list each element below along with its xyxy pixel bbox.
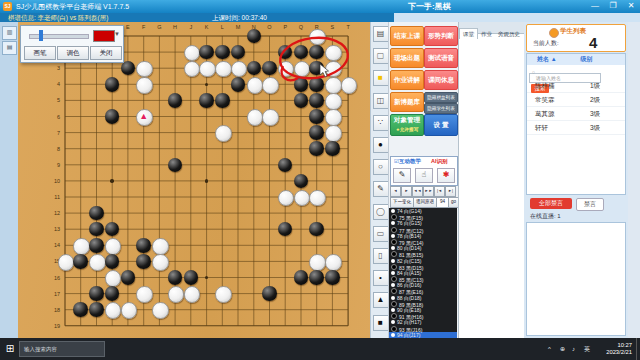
window-title: SJ少儿围棋教学平台老师端 V1.7.7.5 [16, 0, 129, 13]
white-stone-T4 [341, 77, 358, 94]
thumbs-up-icon[interactable]: ☝ [415, 168, 433, 183]
white-stone-A15 [58, 254, 75, 271]
hand-writing-icon[interactable]: ✎ [393, 168, 411, 183]
student-panel-empty-area [526, 222, 626, 336]
black-stone-E16 [121, 270, 136, 285]
student-panel-header: 学生列表 当前人数: 4 [526, 24, 626, 52]
problem-library-button[interactable]: 新博题库 [390, 92, 424, 112]
canvas-tab-0[interactable]: 课堂 [459, 28, 478, 39]
break-time-button[interactable]: 课间休息 [424, 70, 458, 90]
student-row[interactable]: 轩轩3级 [527, 121, 625, 135]
canvas-tab-2[interactable]: 旁观历史 [495, 29, 523, 39]
tiger-icon [549, 28, 559, 38]
highlight-tool[interactable]: ■ [373, 70, 389, 86]
black-stone-F15 [136, 254, 151, 269]
app-icon: SJ [3, 2, 12, 11]
online-count-value: 4 [589, 34, 597, 51]
row-label-19: 19 [48, 323, 60, 329]
pen-size-slider-thumb[interactable] [39, 30, 43, 41]
black-stone-J16 [184, 270, 199, 285]
start-button[interactable]: ⊞ [3, 342, 17, 356]
black-stone-Q5 [294, 93, 309, 108]
open-tool[interactable]: ▢ [373, 48, 389, 64]
taskbar-clock[interactable]: 10:27 2023/2/21 [594, 342, 632, 356]
dot-tool[interactable]: • [373, 270, 389, 286]
white-stone-B14 [73, 238, 90, 255]
nav-2-button[interactable]: ◄◄ [412, 186, 423, 197]
pen-size-slider[interactable] [29, 34, 89, 39]
move-list[interactable]: 74 白(G14)75 黑(F15)76 白(G15)77 黑(C12)78 白… [389, 208, 457, 338]
show-desktop-button[interactable] [636, 338, 640, 360]
col-label-F: F [139, 24, 149, 30]
chevron-down-icon: ▼ [114, 31, 120, 37]
white-stone-R1 [309, 29, 326, 46]
row-label-13: 13 [48, 226, 60, 232]
black-stone-O17 [262, 286, 277, 301]
row-label-17: 17 [48, 291, 60, 297]
white-stone-S3 [325, 61, 342, 78]
black-stone-C18 [89, 302, 104, 317]
white-stone-C15 [89, 254, 106, 271]
object-manage-button[interactable]: 对象管理★允许擦写 [390, 114, 424, 136]
white-stone-N4 [247, 77, 264, 94]
black-stone-C14 [89, 238, 104, 253]
next-move-label: 下一手:黑棋 [408, 0, 451, 13]
minimize-button[interactable]: — [588, 0, 602, 13]
black-stone-D15 [105, 254, 120, 269]
black-stone-K5 [199, 93, 214, 108]
black-stone-C13 [89, 222, 104, 237]
white-stone-R11 [309, 190, 326, 207]
small-stones-tool[interactable]: ∵ [373, 115, 389, 131]
row-label-10: 10 [48, 178, 60, 184]
black-stone-tool[interactable]: ● [373, 137, 389, 153]
clock-date: 2023/2/21 [594, 349, 632, 356]
online-count-label: 当前人数: [533, 39, 559, 48]
last-move-triangle-marker: ▲ [139, 112, 148, 121]
col-label-E: E [123, 24, 133, 30]
black-stone-D6 [105, 109, 120, 124]
student-row[interactable]: 葛其源3级 [527, 107, 625, 121]
black-stone-S8 [325, 141, 340, 156]
black-stone-K2 [199, 45, 214, 60]
black-stone-F14 [136, 238, 151, 253]
app-window: SJ SJ少儿围棋教学平台老师端 V1.7.7.5 下一手:黑棋 — ❐ ✕ 棋… [0, 0, 640, 360]
nav-5-button[interactable]: ►| [445, 186, 456, 197]
new-doc-tool[interactable]: ▤ [373, 26, 389, 42]
square-tool[interactable]: ■ [373, 315, 389, 331]
live-question-button[interactable]: 现场出题 [390, 48, 424, 68]
white-stone-K3 [199, 61, 216, 78]
black-stone-Q4 [294, 77, 309, 92]
white-stone-D16 [105, 270, 122, 287]
white-stone-F4 [136, 77, 153, 94]
select-tool[interactable]: ▯ [373, 248, 389, 264]
black-stone-L2 [215, 45, 230, 60]
white-stone-D14 [105, 238, 122, 255]
row-label-7: 7 [48, 130, 60, 136]
lesson-canvas: 课堂作业旁观历史 [458, 22, 526, 338]
title-bar: SJ SJ少儿围棋教学平台老师端 V1.7.7.5 下一手:黑棋 — ❐ ✕ [0, 0, 640, 13]
pen-tool[interactable]: ✎ [373, 181, 389, 197]
close-draw-toolbar-button[interactable]: 关闭 [90, 46, 122, 60]
game-info-label: 棋谱信息: 李老师(白) vs 陈列磊(黑) [8, 13, 108, 22]
black-stone-C12 [89, 206, 104, 221]
tray-icon-1[interactable]: ⊕ [560, 338, 565, 360]
white-stone-S15 [325, 254, 342, 271]
white-stone-F17 [136, 286, 153, 303]
white-stone-G14 [152, 238, 169, 255]
ellipse-tool[interactable]: ◯ [373, 204, 389, 220]
row-label-12: 12 [48, 210, 60, 216]
column-level: 级别 [558, 56, 592, 62]
column-name: 姓名 ▲ [527, 56, 557, 62]
pen-button[interactable]: 画笔 [24, 46, 56, 60]
student-panel: 学生列表 当前人数: 4 姓名 ▲ 级别 ○ 请输入姓名 搜索 陈梓楠1级常笑霖… [524, 22, 628, 338]
student-columns-header[interactable]: 姓名 ▲ 级别 [527, 54, 625, 65]
row-label-18: 18 [48, 307, 60, 313]
row-label-3: 3 [48, 65, 60, 71]
triangle-tool[interactable]: ▲ [373, 292, 389, 308]
black-stone-S16 [325, 270, 340, 285]
white-stone-O6 [262, 109, 279, 126]
nav-4-button[interactable]: |◄ [434, 186, 445, 197]
row-label-16: 16 [48, 275, 60, 281]
position-judge-button[interactable]: 形势判断 [424, 26, 458, 46]
close-button[interactable]: ✕ [624, 0, 638, 13]
tray-icon-0[interactable]: ^ [548, 338, 551, 360]
taskbar: ⊞ 输入搜索内容 ▦▣e◉WQ ^⊕♪英 10:27 2023/2/21 [0, 338, 640, 360]
student-search-row: ○ 请输入姓名 搜索 [527, 65, 625, 79]
row-label-8: 8 [48, 146, 60, 152]
col-label-T: T [343, 24, 353, 30]
drawing-tools-strip: ▤▢■◫∵●○✎◯▭▯•▲■ [370, 22, 389, 338]
star-point [205, 179, 209, 183]
live-stream-label: 在线直播: 1 [530, 212, 561, 221]
col-label-M: M [233, 24, 243, 30]
row-label-5: 5 [48, 97, 60, 103]
hide-board-list-button[interactable]: 隐藏棋盘列表 [424, 92, 458, 103]
homework-explain-button[interactable]: 作业讲解 [390, 70, 424, 90]
row-label-14: 14 [48, 242, 60, 248]
row-label-4: 4 [48, 81, 60, 87]
nav-1-button[interactable]: ► [401, 186, 412, 197]
search-icon: ○ [532, 69, 535, 75]
white-stone-H17 [168, 286, 185, 303]
col-label-L: L [217, 24, 227, 30]
star-point [110, 179, 114, 183]
white-stone-R15 [309, 254, 326, 271]
white-stone-E18 [121, 302, 138, 319]
black-stone-R6 [309, 109, 324, 124]
white-stone-S4 [325, 77, 342, 94]
nav-0-button[interactable]: ◄ [390, 186, 401, 197]
black-stone-H16 [168, 270, 183, 285]
black-stone-R16 [309, 270, 324, 285]
black-stone-R5 [309, 93, 324, 108]
col-label-O: O [264, 24, 274, 30]
tray-icon-2[interactable]: ♪ [572, 338, 575, 360]
white-stone-O4 [262, 77, 279, 94]
voice-test-button[interactable]: 测试语音 [424, 48, 458, 68]
interaction-box: ☑互动教学 AI识别 ✎☝✱ [390, 156, 458, 186]
col-label-P: P [280, 24, 290, 30]
board-panel: ▥ ▤ ABCDEFGHJKLMNOPQRST12345678910111213… [0, 22, 370, 338]
tab-interactive-teaching[interactable]: ☑互动教学 [394, 158, 421, 165]
color-button[interactable]: 调色 [57, 46, 89, 60]
right-margin [628, 22, 640, 338]
white-stone-S5 [325, 93, 342, 110]
black-stone-H5 [168, 93, 183, 108]
student-row[interactable]: 常笑霖2级 [527, 93, 625, 107]
black-stone-R8 [309, 141, 324, 156]
black-stone-Q16 [294, 270, 309, 285]
pen-color-swatch[interactable] [93, 30, 115, 42]
col-label-H: H [170, 24, 180, 30]
rect-tool[interactable]: ▭ [373, 226, 389, 242]
crab-sticker-icon[interactable]: ✱ [437, 168, 455, 183]
hide-student-list-button[interactable]: 隐藏学生列表 [424, 103, 458, 114]
white-stone-J17 [184, 286, 201, 303]
col-label-Q: Q [296, 24, 306, 30]
tray-icon-3[interactable]: 英 [584, 338, 590, 360]
mute-button[interactable]: 禁言 [576, 198, 604, 211]
white-stone-S7 [325, 125, 342, 142]
white-stone-S2 [325, 45, 342, 62]
back-to-record-button[interactable]: 退回原谱 [413, 197, 437, 208]
black-stone-O3 [262, 61, 277, 76]
white-stone-G15 [152, 254, 169, 271]
col-label-K: K [202, 24, 212, 30]
draw-toolbar: ▼ 画笔 调色 关闭 [20, 25, 124, 63]
clock-time: 10:27 [594, 342, 632, 349]
black-stone-D4 [105, 77, 120, 92]
black-stone-N1 [247, 29, 262, 44]
student-row[interactable]: 陈梓楠1级 [527, 79, 625, 93]
col-label-J: J [186, 24, 196, 30]
canvas-tab-bar: 课堂作业旁观历史 [459, 22, 525, 34]
mute-all-button[interactable]: 全部禁言 [530, 198, 572, 209]
black-stone-M4 [231, 77, 246, 92]
settings-button[interactable]: 设 置 [424, 114, 458, 136]
row-label-6: 6 [48, 114, 60, 120]
student-list: 姓名 ▲ 级别 ○ 请输入姓名 搜索 陈梓楠1级常笑霖2级葛其源3级轩轩3级 [526, 53, 626, 195]
white-stone-L17 [215, 286, 232, 303]
canvas-tab-1[interactable]: 作业 [478, 29, 495, 39]
white-stone-G18 [152, 302, 169, 319]
black-stone-B15 [73, 254, 88, 269]
nav-3-button[interactable]: ►► [423, 186, 434, 197]
next-variation-button[interactable]: 下一变化 [390, 197, 414, 208]
class-time-label: 上课时间: 00:37:40 [212, 13, 267, 22]
white-stone-S6 [325, 109, 342, 126]
black-stone-C17 [89, 286, 104, 301]
student-panel-title: 学生列表 [560, 27, 586, 36]
end-class-button[interactable]: 结束上课 [390, 26, 424, 46]
taskbar-search-box[interactable]: 输入搜索内容 [19, 341, 105, 357]
save-tool[interactable]: ◫ [373, 93, 389, 109]
tab-ai-recognition[interactable]: AI识别 [431, 158, 448, 165]
white-stone-tool[interactable]: ○ [373, 159, 389, 175]
info-bar: 棋谱信息: 李老师(白) vs 陈列磊(黑) 上课时间: 00:37:40 [0, 13, 394, 22]
white-stone-L7 [215, 125, 232, 142]
col-label-G: G [154, 24, 164, 30]
white-stone-N6 [247, 109, 264, 126]
black-stone-B18 [73, 302, 88, 317]
maximize-button[interactable]: ❐ [606, 0, 620, 13]
col-label-S: S [327, 24, 337, 30]
black-stone-L5 [215, 93, 230, 108]
move-list-item-94[interactable]: 94 白(J17) [389, 332, 457, 338]
black-stone-R4 [309, 77, 324, 92]
white-stone-L3 [215, 61, 232, 78]
row-label-11: 11 [48, 194, 60, 200]
row-label-9: 9 [48, 162, 60, 168]
black-stone-R7 [309, 125, 324, 140]
